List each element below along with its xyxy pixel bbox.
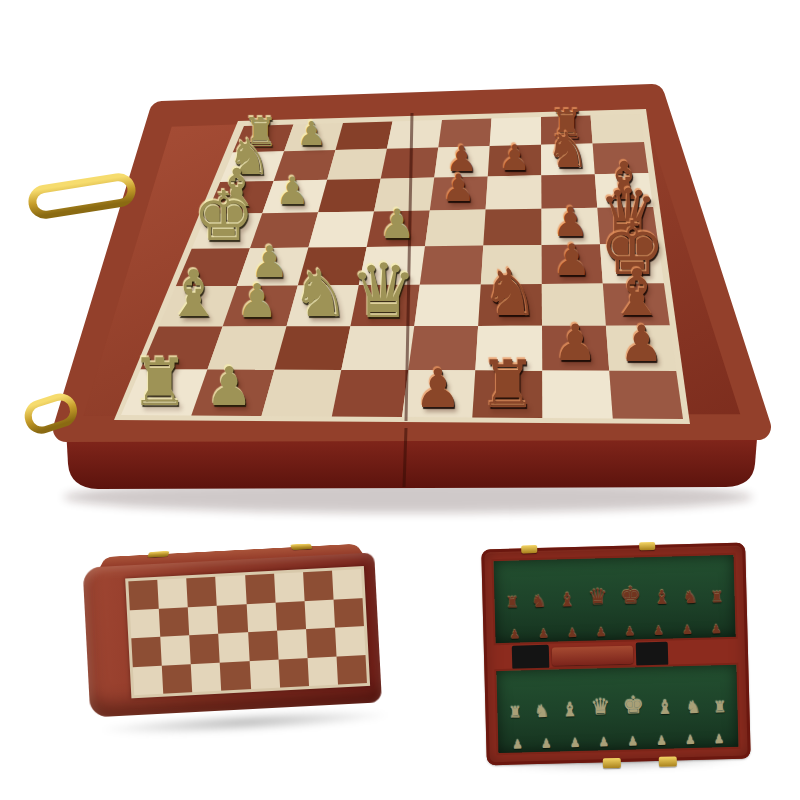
- board-square: [332, 370, 409, 417]
- tray-piece-copper-pawn: ♟: [595, 626, 606, 638]
- tray-piece-copper-knight: ♞: [531, 593, 547, 610]
- checker-cell: [217, 604, 248, 634]
- board-square: [287, 285, 359, 326]
- checker-cell: [189, 634, 220, 664]
- checker-cell: [245, 574, 276, 604]
- checker-cell: [246, 602, 277, 632]
- tray-piece-bronze-pawn: ♟: [656, 735, 667, 747]
- tray-piece-bronze-knight: ♞: [685, 699, 701, 716]
- checker-cell: [332, 569, 363, 599]
- checker-cell: [188, 605, 219, 635]
- board-square: [318, 179, 381, 213]
- tray-piece-copper-rook: ♜: [710, 590, 724, 605]
- tray-piece-bronze-queen: ♛: [590, 696, 610, 719]
- board-square: [308, 211, 374, 247]
- checker-cell: [162, 664, 193, 694]
- tray-piece-copper-bishop: ♝: [653, 588, 671, 607]
- tray-piece-bronze-bishop: ♝: [561, 700, 579, 719]
- board-graphic: [0, 0, 800, 530]
- tray-piece-bronze-pawn: ♟: [685, 734, 696, 746]
- checker-cell: [306, 628, 337, 658]
- brass-latch-icon: [147, 551, 169, 558]
- elastic-strap: [636, 642, 669, 667]
- checker-cell: [336, 655, 367, 685]
- board-square: [341, 326, 414, 370]
- tray-piece-bronze-rook: ♜: [713, 700, 727, 715]
- tray-piece-bronze-pawn: ♟: [627, 735, 638, 747]
- tray-piece-bronze-knight: ♞: [534, 703, 550, 720]
- checker-cell: [128, 580, 159, 610]
- tray-piece-bronze-pawn: ♟: [512, 738, 523, 750]
- checker-cell: [333, 598, 364, 628]
- checker-cell: [304, 599, 335, 629]
- elastic-strap: [512, 645, 550, 670]
- brass-latch-icon: [658, 756, 676, 766]
- checker-cell: [303, 571, 334, 601]
- tray-piece-bronze-pawn: ♟: [714, 733, 725, 745]
- closed-box-body: [83, 552, 382, 717]
- board-square: [274, 150, 336, 181]
- board-square: [298, 247, 367, 286]
- tray-piece-copper-queen: ♛: [587, 586, 607, 609]
- checker-cell: [307, 656, 338, 686]
- checker-cell: [191, 662, 222, 692]
- closed-box-checker-grid: [128, 569, 367, 695]
- checker-cell: [220, 661, 251, 691]
- board-square: [274, 326, 350, 370]
- board-square: [284, 123, 343, 151]
- checker-cell: [248, 631, 279, 661]
- tray-piece-copper-knight: ♞: [682, 589, 698, 606]
- copper-tray-pawn-row: ♟♟♟♟♟♟♟♟: [500, 605, 731, 641]
- checker-cell: [131, 637, 162, 667]
- folded-chess-box: [81, 530, 382, 729]
- tray-piece-copper-king: ♚: [619, 583, 641, 608]
- tray-piece-bronze-pawn: ♟: [598, 736, 609, 748]
- checker-cell: [274, 572, 305, 602]
- brass-hinge-icon: [521, 545, 537, 553]
- checker-cell: [335, 626, 366, 656]
- checker-cell: [216, 575, 247, 605]
- product-photo-stage: ♜♟♜♞♟♟♞♝♟♝♟♚♟♛♟♟♚♟♝♟♞♛♝♞♟♟♜♟♜♟ ♜♞♝♛♚♝♞♜ …: [0, 0, 800, 800]
- checker-cell: [186, 577, 217, 607]
- board-square: [262, 370, 342, 417]
- tray-piece-bronze-rook: ♜: [508, 705, 522, 720]
- tray-piece-bronze-king: ♚: [622, 693, 644, 718]
- tray-piece-copper-pawn: ♟: [682, 624, 693, 636]
- open-box-frame: ♜♞♝♛♚♝♞♜ ♟♟♟♟♟♟♟♟ ♜♞♝♛♚♝♞♜ ♟♟♟♟♟♟♟♟: [481, 543, 751, 766]
- copper-pieces-tray: ♜♞♝♛♚♝♞♜ ♟♟♟♟♟♟♟♟: [494, 555, 736, 643]
- brass-hinge-icon: [639, 542, 655, 550]
- tray-piece-bronze-bishop: ♝: [656, 698, 674, 717]
- checker-cell: [133, 665, 164, 695]
- bronze-tray-pawn-row: ♟♟♟♟♟♟♟♟: [503, 715, 734, 751]
- tray-piece-bronze-pawn: ♟: [570, 737, 581, 749]
- checker-cell: [159, 607, 190, 637]
- copper-tray-back-row: ♜♞♝♛♚♝♞♜: [498, 559, 730, 611]
- checker-cell: [278, 658, 309, 688]
- checker-cell: [249, 659, 280, 689]
- right-half-sheen: [408, 114, 683, 419]
- checker-cell: [275, 601, 306, 631]
- closed-box-checkerboard: [125, 566, 370, 698]
- bronze-tray-back-row: ♜♞♝♛♚♝♞♜: [501, 669, 733, 721]
- checker-cell: [219, 632, 250, 662]
- tray-piece-copper-pawn: ♟: [624, 625, 635, 637]
- board-square: [327, 149, 387, 180]
- board-square: [336, 122, 393, 151]
- checker-cell: [160, 635, 191, 665]
- tray-piece-bronze-pawn: ♟: [541, 738, 552, 750]
- bronze-pieces-tray: ♜♞♝♛♚♝♞♜ ♟♟♟♟♟♟♟♟: [496, 665, 738, 753]
- tray-piece-copper-pawn: ♟: [538, 628, 549, 640]
- brass-latch-icon: [290, 544, 313, 551]
- carry-handle-bar: [551, 646, 633, 666]
- brass-latch-icon: [603, 758, 621, 768]
- tray-piece-copper-pawn: ♟: [509, 629, 520, 641]
- tray-piece-copper-pawn: ♟: [567, 627, 578, 639]
- open-storage-box: ♜♞♝♛♚♝♞♜ ♟♟♟♟♟♟♟♟ ♜♞♝♛♚♝♞♜ ♟♟♟♟♟♟♟♟: [481, 543, 751, 766]
- tray-piece-copper-bishop: ♝: [558, 590, 576, 609]
- checker-cell: [157, 578, 188, 608]
- tray-piece-copper-rook: ♜: [505, 596, 519, 611]
- checker-cell: [130, 608, 161, 638]
- tray-piece-copper-pawn: ♟: [653, 625, 664, 637]
- tray-piece-copper-pawn: ♟: [711, 623, 722, 635]
- checker-cell: [277, 629, 308, 659]
- brass-latch-icon: [31, 175, 134, 216]
